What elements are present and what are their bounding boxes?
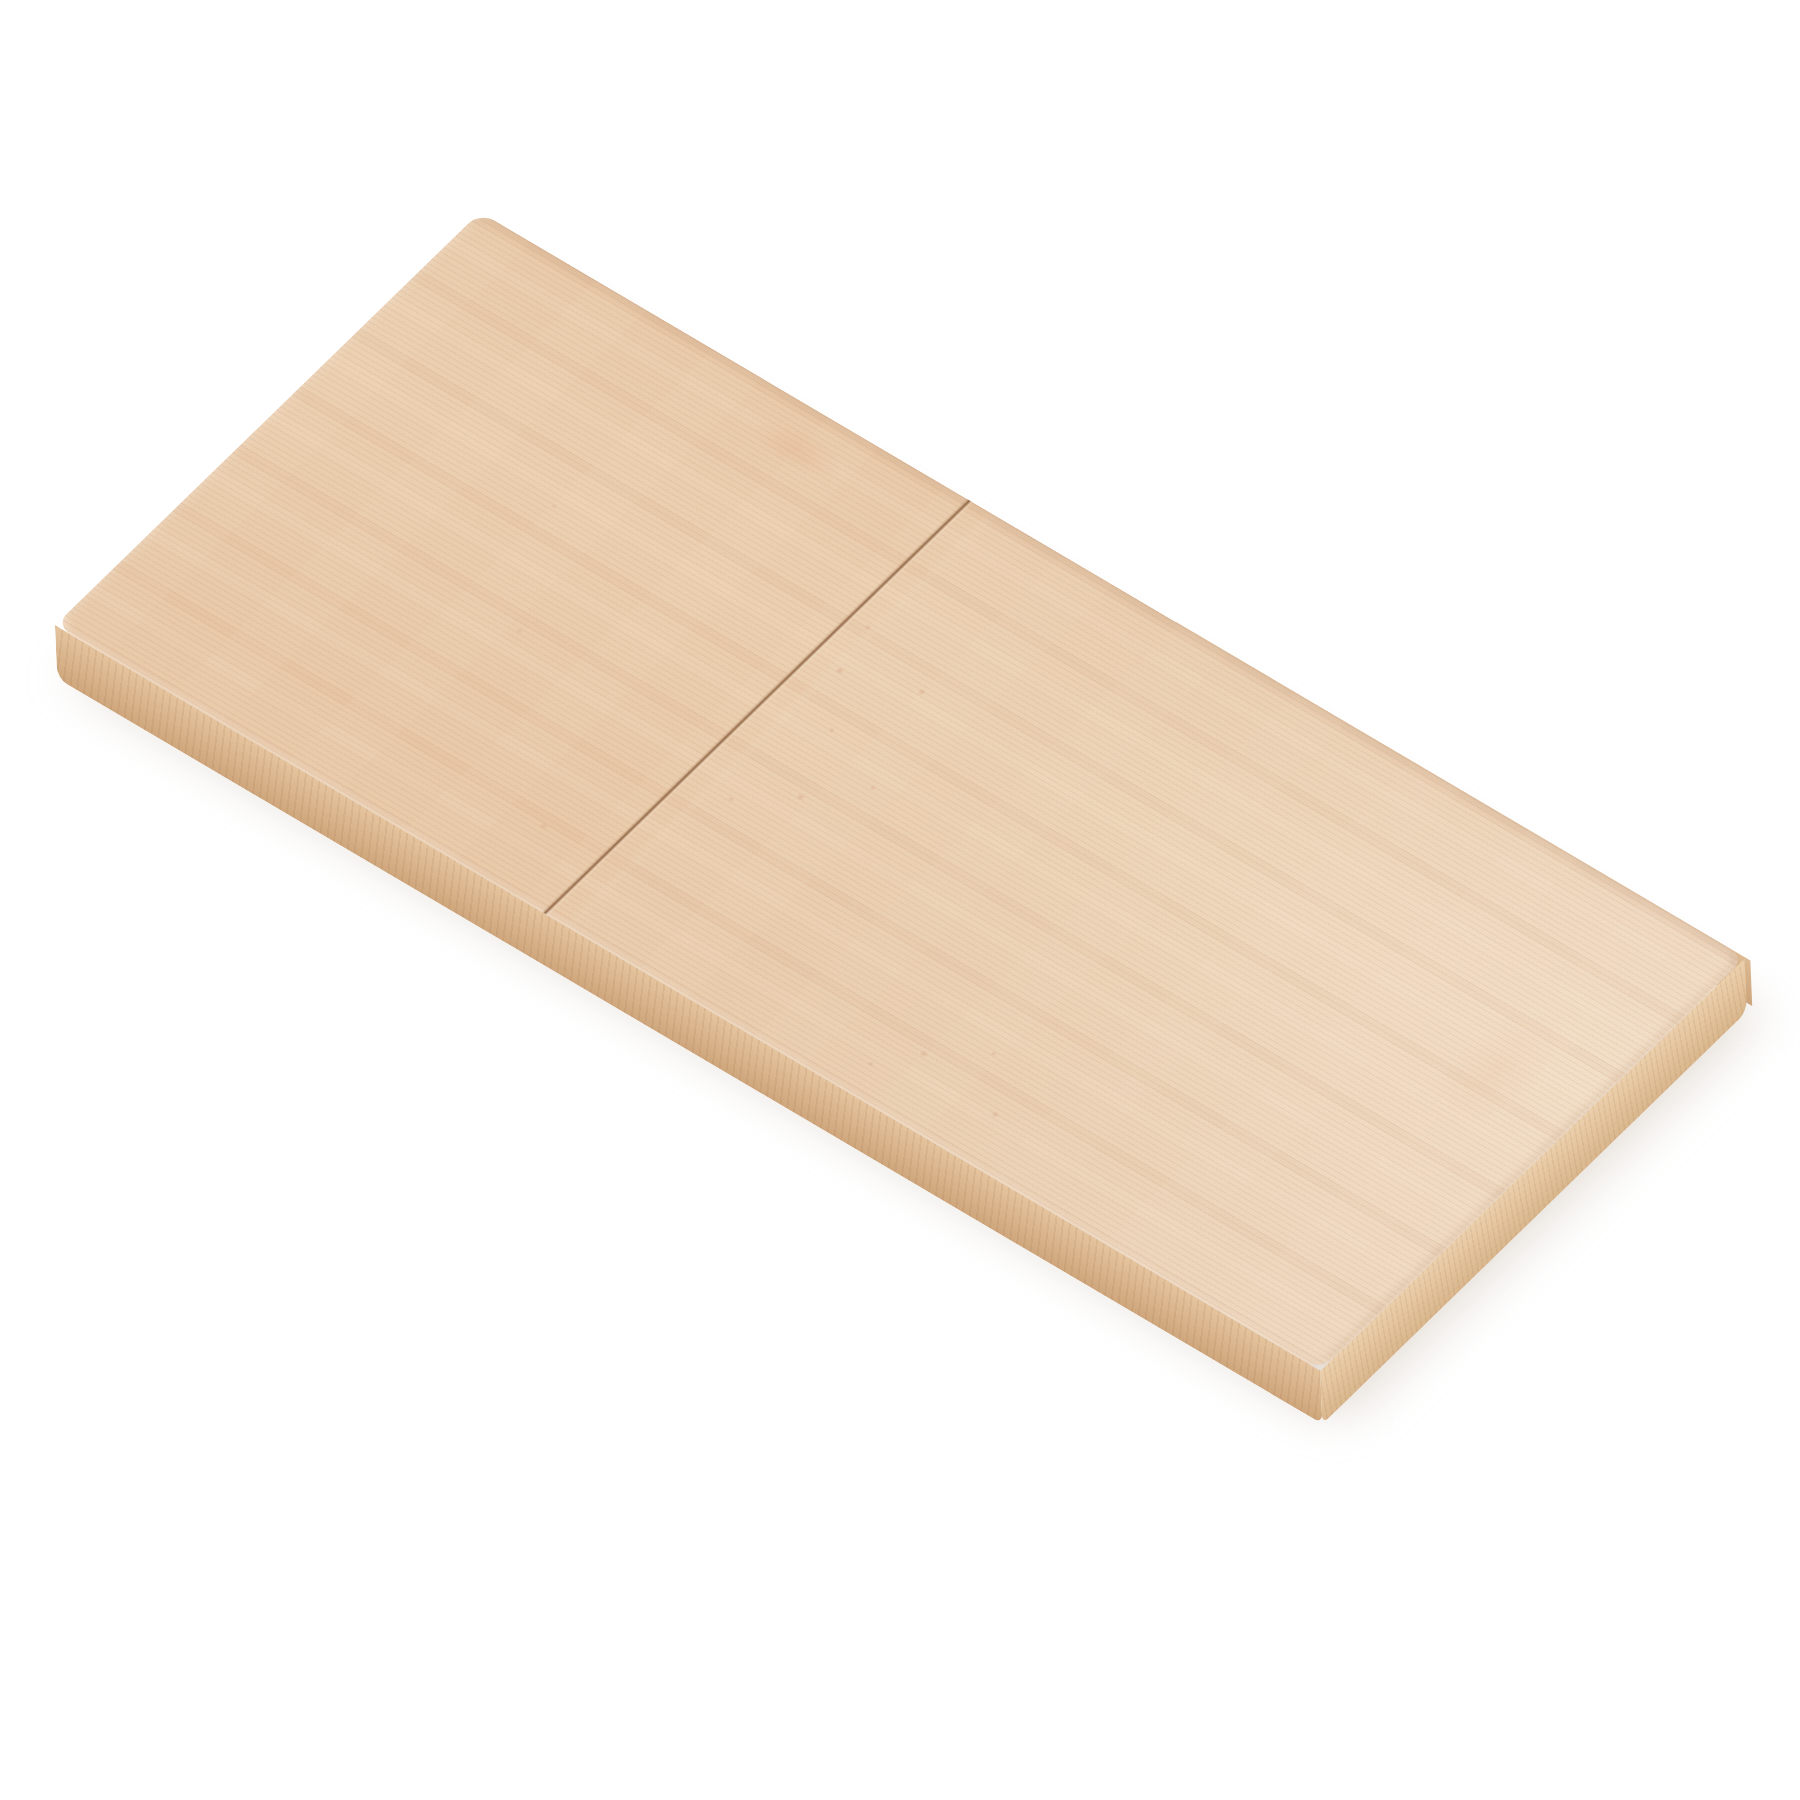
product-photo-scene [0,0,1800,1800]
board-seam [541,498,973,915]
